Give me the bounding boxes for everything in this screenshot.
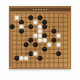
hoshi-point: [53, 53, 55, 55]
stone-highlight: [34, 53, 35, 54]
black-stone[interactable]: [42, 24, 47, 29]
stone-highlight: [39, 26, 40, 27]
white-stone[interactable]: [19, 56, 24, 61]
stone-highlight: [16, 17, 17, 18]
white-stone[interactable]: [56, 42, 61, 47]
stone-highlight: [53, 39, 54, 40]
stone-highlight: [53, 30, 54, 31]
black-stone[interactable]: [28, 38, 33, 43]
white-stone[interactable]: [33, 51, 38, 56]
white-stone[interactable]: [33, 20, 38, 25]
board-top-edge-mark: [33, 9, 34, 10]
board-top-edge-mark: [46, 9, 47, 10]
stone-highlight: [20, 26, 21, 27]
stone-highlight: [44, 21, 45, 22]
board-top-edge: [10, 8, 71, 12]
stone-highlight: [20, 21, 21, 22]
stone-highlight: [16, 57, 17, 58]
black-stone[interactable]: [28, 15, 33, 20]
stone-highlight: [44, 39, 45, 40]
stone-highlight: [39, 57, 40, 58]
board-top-edge-mark: [41, 9, 42, 10]
black-stone[interactable]: [10, 24, 15, 29]
white-stone[interactable]: [42, 38, 47, 43]
white-stone[interactable]: [56, 33, 61, 38]
black-stone[interactable]: [42, 47, 47, 52]
go-board[interactable]: [9, 6, 71, 69]
stone-highlight: [11, 26, 12, 27]
white-stone[interactable]: [15, 15, 20, 20]
stone-highlight: [30, 26, 31, 27]
black-stone[interactable]: [56, 51, 61, 56]
stone-highlight: [39, 39, 40, 40]
stone-highlight: [48, 44, 49, 45]
stone-highlight: [30, 39, 31, 40]
black-stone[interactable]: [42, 33, 47, 38]
hoshi-point: [25, 26, 27, 28]
screenshot-page: [0, 0, 80, 80]
black-stone[interactable]: [52, 38, 57, 43]
stone-highlight: [39, 30, 40, 31]
white-stone[interactable]: [38, 38, 43, 43]
stone-highlight: [44, 35, 45, 36]
stone-highlight: [44, 26, 45, 27]
stone-highlight: [20, 30, 21, 31]
hoshi-point: [25, 53, 27, 55]
black-stone[interactable]: [52, 29, 57, 34]
white-stone[interactable]: [24, 56, 29, 61]
stone-highlight: [57, 35, 58, 36]
stone-highlight: [34, 21, 35, 22]
white-stone[interactable]: [38, 29, 43, 34]
board-top-edge-mark: [43, 9, 44, 10]
stone-highlight: [57, 53, 58, 54]
go-board-canvas[interactable]: [9, 6, 71, 69]
stone-highlight: [25, 44, 26, 45]
black-stone[interactable]: [28, 24, 33, 29]
stone-highlight: [39, 35, 40, 36]
stone-highlight: [30, 53, 31, 54]
stone-highlight: [20, 57, 21, 58]
black-stone[interactable]: [24, 42, 29, 47]
stone-highlight: [34, 44, 35, 45]
black-stone[interactable]: [42, 20, 47, 25]
board-top-edge-mark: [38, 9, 39, 10]
white-stone[interactable]: [33, 33, 38, 38]
stone-highlight: [57, 44, 58, 45]
stone-highlight: [44, 48, 45, 49]
board-left-edge: [10, 8, 12, 68]
stone-highlight: [34, 35, 35, 36]
black-stone[interactable]: [38, 56, 43, 61]
board-top-edge-mark: [36, 9, 37, 10]
white-stone[interactable]: [47, 42, 52, 47]
hoshi-point: [53, 26, 55, 28]
stone-highlight: [25, 57, 26, 58]
white-stone[interactable]: [38, 33, 43, 38]
black-stone[interactable]: [33, 42, 38, 47]
white-stone[interactable]: [19, 24, 24, 29]
black-stone[interactable]: [28, 51, 33, 56]
white-stone[interactable]: [38, 24, 43, 29]
black-stone[interactable]: [19, 20, 24, 25]
black-stone[interactable]: [15, 56, 20, 61]
black-stone[interactable]: [38, 15, 43, 20]
stone-highlight: [30, 17, 31, 18]
black-stone[interactable]: [19, 29, 24, 34]
stone-highlight: [39, 17, 40, 18]
